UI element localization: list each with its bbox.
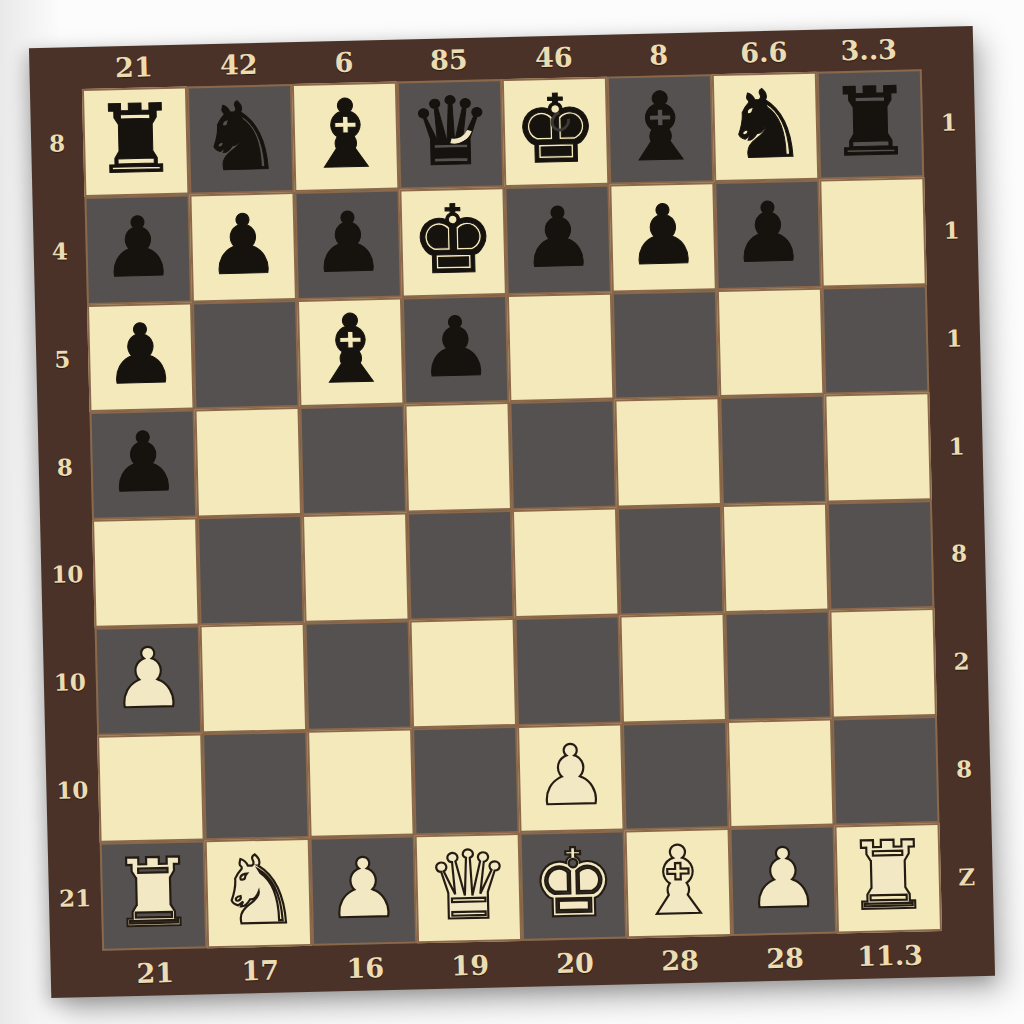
rank-label-left-3: 10 (43, 628, 98, 737)
square-a3: ♟ (95, 625, 203, 735)
black-bishop: ♝ (617, 79, 703, 175)
square-h2 (832, 716, 940, 826)
file-label-bottom-7: 28 (732, 933, 838, 981)
black-king: ♚ (512, 82, 598, 178)
black-queen: ♛ (407, 84, 493, 180)
white-king: ♚ (530, 836, 616, 932)
square-b6 (192, 300, 300, 410)
square-b5 (195, 407, 303, 517)
square-f3 (619, 613, 727, 723)
square-b4 (197, 515, 305, 625)
black-pawn: ♟ (103, 313, 178, 397)
rank-label-left-6: 5 (35, 304, 90, 413)
file-label-top-8: 3..3 (816, 27, 922, 71)
white-pawn: ♟ (745, 837, 820, 921)
file-label-bottom-4: 19 (417, 941, 523, 989)
white-rook: ♜ (110, 846, 196, 942)
file-label-top-6: 8 (606, 32, 712, 76)
square-b1: ♞ (205, 838, 313, 948)
white-rook: ♜ (845, 828, 931, 924)
square-f8: ♝ (607, 74, 715, 184)
square-d8: ♛ (397, 79, 505, 189)
square-g6 (717, 287, 825, 397)
square-a2 (97, 733, 205, 843)
square-f2 (622, 720, 730, 830)
square-c7: ♟ (294, 189, 402, 299)
frame-corner-top-left (29, 47, 82, 90)
square-b2 (202, 730, 310, 840)
rank-label-left-7: 4 (32, 197, 87, 306)
rank-label-left-5: 8 (38, 412, 93, 521)
white-knight: ♞ (215, 843, 301, 939)
square-e8: ♚ (502, 77, 610, 187)
square-h5 (824, 392, 932, 502)
black-pawn: ♟ (205, 203, 280, 287)
black-pawn: ♟ (520, 196, 595, 280)
square-h1: ♜ (834, 823, 942, 933)
file-label-top-3: 6 (291, 40, 397, 84)
rank-label-right-2: 8 (937, 714, 992, 823)
square-a7: ♟ (84, 194, 192, 304)
file-label-top-2: 42 (186, 42, 292, 86)
rank-label-right-7: 1 (924, 176, 979, 285)
square-c1: ♟ (310, 836, 418, 946)
black-pawn: ♟ (106, 421, 181, 505)
square-b8: ♞ (187, 84, 295, 194)
square-f4 (617, 505, 725, 615)
black-pawn: ♟ (310, 201, 385, 285)
black-pawn: ♟ (100, 206, 175, 290)
rank-label-right-6: 1 (927, 283, 982, 392)
square-c8: ♝ (292, 82, 400, 192)
square-h3 (829, 608, 937, 718)
file-label-bottom-3: 16 (312, 943, 418, 991)
file-label-bottom-8: 11.3 (837, 931, 943, 979)
black-knight: ♞ (197, 89, 283, 185)
black-rook: ♜ (827, 74, 913, 170)
square-g1: ♟ (730, 826, 838, 936)
frame-corner-bottom-left (50, 951, 103, 998)
rank-label-left-8: 8 (30, 89, 85, 198)
square-e2: ♟ (517, 723, 625, 833)
square-e5 (509, 400, 617, 510)
file-label-top-4: 85 (396, 37, 502, 81)
square-c6: ♝ (297, 297, 405, 407)
square-g2 (727, 718, 835, 828)
file-label-top-1: 21 (81, 45, 187, 89)
square-d1: ♛ (415, 833, 523, 943)
rank-label-right-8: 1 (922, 68, 977, 177)
square-g3 (724, 610, 832, 720)
frame-corner-top-right (921, 26, 974, 69)
square-h7 (819, 177, 927, 287)
rank-label-right-4: 8 (932, 499, 987, 608)
square-b7: ♟ (189, 192, 297, 302)
square-d3 (410, 618, 518, 728)
rank-label-right-1: Z (939, 822, 994, 931)
black-knight: ♞ (722, 77, 808, 173)
black-pawn: ♟ (418, 306, 493, 390)
square-h4 (827, 500, 935, 610)
square-f7: ♟ (609, 182, 717, 292)
square-g4 (722, 503, 830, 613)
rank-label-left-2: 10 (45, 735, 100, 844)
square-f5 (614, 397, 722, 507)
white-pawn: ♟ (111, 636, 186, 720)
square-d2 (412, 725, 520, 835)
square-g7: ♟ (714, 179, 822, 289)
black-king: ♚ (410, 192, 496, 288)
rank-label-right-5: 1 (929, 391, 984, 500)
file-label-bottom-6: 28 (627, 936, 733, 984)
white-queen: ♛ (425, 838, 511, 934)
square-d7: ♚ (399, 187, 507, 297)
square-d4 (407, 510, 515, 620)
square-c4 (302, 512, 410, 622)
square-d6: ♟ (402, 295, 510, 405)
square-e3 (514, 615, 622, 725)
file-label-bottom-2: 17 (207, 946, 313, 994)
square-g8: ♞ (712, 72, 820, 182)
square-h6 (822, 285, 930, 395)
square-h8: ♜ (817, 69, 925, 179)
black-rook: ♜ (92, 92, 178, 188)
square-a5: ♟ (90, 410, 198, 520)
white-pawn: ♟ (326, 847, 401, 931)
white-bishop: ♝ (635, 833, 721, 929)
file-label-bottom-5: 20 (522, 938, 628, 986)
square-e6 (507, 292, 615, 402)
file-label-top-7: 6.6 (711, 30, 817, 74)
square-a8: ♜ (82, 87, 190, 197)
square-f6 (612, 290, 720, 400)
square-g5 (719, 395, 827, 505)
square-c5 (299, 405, 407, 515)
square-e4 (512, 508, 620, 618)
square-e7: ♟ (504, 184, 612, 294)
square-d5 (404, 402, 512, 512)
frame-corner-bottom-right (942, 930, 995, 977)
square-f1: ♝ (625, 828, 733, 938)
black-pawn: ♟ (730, 191, 805, 275)
square-e1: ♚ (520, 831, 628, 941)
square-c3 (305, 620, 413, 730)
white-pawn: ♟ (533, 734, 608, 818)
black-pawn: ♟ (625, 193, 700, 277)
square-a1: ♜ (100, 841, 208, 951)
black-bishop: ♝ (307, 302, 393, 398)
file-label-bottom-1: 21 (102, 948, 208, 996)
rank-label-right-3: 2 (934, 607, 989, 716)
square-a4 (92, 517, 200, 627)
square-a6: ♟ (87, 302, 195, 412)
rank-label-left-1: 21 (48, 843, 103, 952)
board-photo: 21426854686.63..38♜♞♝♛♚♝♞♜14♟♟♟♚♟♟♟15♟♝♟… (0, 0, 1024, 1024)
chess-board: 21426854686.63..38♜♞♝♛♚♝♞♜14♟♟♟♚♟♟♟15♟♝♟… (29, 26, 995, 998)
rank-label-left-4: 10 (40, 520, 95, 629)
file-label-top-5: 46 (501, 35, 607, 79)
black-bishop: ♝ (302, 87, 388, 183)
square-c2 (307, 728, 415, 838)
square-b3 (200, 623, 308, 733)
